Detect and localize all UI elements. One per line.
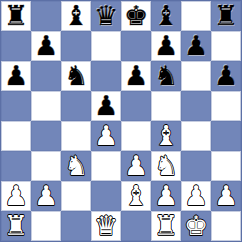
piece-white-pawn: ♟ [154, 181, 178, 211]
piece-white-pawn: ♟ [184, 181, 208, 211]
square-d4[interactable]: ♟ [91, 121, 121, 151]
piece-black-pawn: ♟ [154, 31, 178, 61]
square-h5[interactable] [211, 91, 241, 121]
square-a5[interactable] [1, 91, 31, 121]
square-h2[interactable]: ♟ [211, 181, 241, 211]
piece-black-pawn: ♟ [4, 61, 28, 91]
square-b6[interactable] [31, 61, 61, 91]
piece-black-knight: ♞ [154, 61, 178, 91]
square-c4[interactable] [61, 121, 91, 151]
square-f4[interactable]: ♝ [151, 121, 181, 151]
square-f3[interactable]: ♞ [151, 151, 181, 181]
square-e5[interactable] [121, 91, 151, 121]
square-d2[interactable] [91, 181, 121, 211]
square-g7[interactable]: ♟ [181, 31, 211, 61]
square-e1[interactable] [121, 211, 151, 241]
square-g4[interactable] [181, 121, 211, 151]
square-g1[interactable]: ♚ [181, 211, 211, 241]
square-c8[interactable]: ♝ [61, 1, 91, 31]
square-g8[interactable] [181, 1, 211, 31]
square-a6[interactable]: ♟ [1, 61, 31, 91]
square-b2[interactable]: ♟ [31, 181, 61, 211]
piece-white-pawn: ♟ [4, 181, 28, 211]
square-a3[interactable] [1, 151, 31, 181]
piece-black-pawn: ♟ [34, 31, 58, 61]
square-h3[interactable] [211, 151, 241, 181]
piece-white-bishop: ♝ [124, 181, 148, 211]
square-f8[interactable]: ♝ [151, 1, 181, 31]
square-d7[interactable] [91, 31, 121, 61]
square-d1[interactable]: ♛ [91, 211, 121, 241]
square-d3[interactable] [91, 151, 121, 181]
square-e2[interactable]: ♝ [121, 181, 151, 211]
piece-black-bishop: ♝ [154, 1, 178, 31]
square-e3[interactable]: ♟ [121, 151, 151, 181]
piece-white-knight: ♞ [64, 151, 88, 181]
square-f6[interactable]: ♞ [151, 61, 181, 91]
piece-white-pawn: ♟ [214, 181, 238, 211]
square-d5[interactable]: ♟ [91, 91, 121, 121]
square-e7[interactable] [121, 31, 151, 61]
square-f1[interactable]: ♜ [151, 211, 181, 241]
piece-black-rook: ♜ [4, 1, 28, 31]
piece-white-king: ♚ [184, 211, 208, 241]
square-c1[interactable] [61, 211, 91, 241]
chess-board: ♜♝♛♚♝♜♟♟♟♟♞♟♞♟♟♟♝♞♟♞♟♟♝♟♟♟♜♛♜♚ [0, 0, 242, 242]
square-g3[interactable] [181, 151, 211, 181]
piece-black-bishop: ♝ [64, 1, 88, 31]
piece-white-pawn: ♟ [94, 121, 118, 151]
piece-black-pawn: ♟ [184, 31, 208, 61]
square-f5[interactable] [151, 91, 181, 121]
square-b3[interactable] [31, 151, 61, 181]
square-b8[interactable] [31, 1, 61, 31]
piece-white-knight: ♞ [154, 151, 178, 181]
square-a4[interactable] [1, 121, 31, 151]
square-c7[interactable] [61, 31, 91, 61]
square-a1[interactable]: ♜ [1, 211, 31, 241]
square-h1[interactable] [211, 211, 241, 241]
piece-black-pawn: ♟ [94, 91, 118, 121]
piece-white-rook: ♜ [4, 211, 28, 241]
piece-white-queen: ♛ [94, 211, 118, 241]
square-h8[interactable]: ♜ [211, 1, 241, 31]
piece-black-pawn: ♟ [124, 61, 148, 91]
piece-black-king: ♚ [124, 1, 148, 31]
square-a2[interactable]: ♟ [1, 181, 31, 211]
square-c5[interactable] [61, 91, 91, 121]
square-e6[interactable]: ♟ [121, 61, 151, 91]
piece-black-rook: ♜ [214, 1, 238, 31]
square-e4[interactable] [121, 121, 151, 151]
square-e8[interactable]: ♚ [121, 1, 151, 31]
square-h7[interactable] [211, 31, 241, 61]
square-d8[interactable]: ♛ [91, 1, 121, 31]
board-diagram: ♜♝♛♚♝♜♟♟♟♟♞♟♞♟♟♟♝♞♟♞♟♟♝♟♟♟♜♛♜♚ [0, 0, 242, 242]
piece-white-pawn: ♟ [124, 151, 148, 181]
square-h6[interactable]: ♟ [211, 61, 241, 91]
piece-white-bishop: ♝ [154, 121, 178, 151]
square-a8[interactable]: ♜ [1, 1, 31, 31]
square-c3[interactable]: ♞ [61, 151, 91, 181]
square-c2[interactable] [61, 181, 91, 211]
square-d6[interactable] [91, 61, 121, 91]
square-g5[interactable] [181, 91, 211, 121]
square-a7[interactable] [1, 31, 31, 61]
piece-black-queen: ♛ [94, 1, 118, 31]
square-b7[interactable]: ♟ [31, 31, 61, 61]
piece-black-pawn: ♟ [214, 61, 238, 91]
square-f7[interactable]: ♟ [151, 31, 181, 61]
square-g6[interactable] [181, 61, 211, 91]
piece-white-pawn: ♟ [34, 181, 58, 211]
square-f2[interactable]: ♟ [151, 181, 181, 211]
square-g2[interactable]: ♟ [181, 181, 211, 211]
piece-white-rook: ♜ [154, 211, 178, 241]
piece-black-knight: ♞ [64, 61, 88, 91]
square-c6[interactable]: ♞ [61, 61, 91, 91]
square-b5[interactable] [31, 91, 61, 121]
square-h4[interactable] [211, 121, 241, 151]
square-b4[interactable] [31, 121, 61, 151]
square-b1[interactable] [31, 211, 61, 241]
